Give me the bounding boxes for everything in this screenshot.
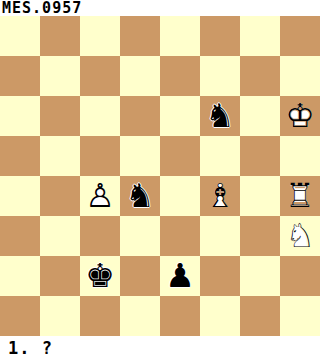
square-g7[interactable] [240,56,280,96]
square-a7[interactable] [0,56,40,96]
square-a4[interactable] [0,176,40,216]
diagram-title: MES.0957 [0,0,82,16]
square-f3[interactable] [200,216,240,256]
square-d8[interactable] [120,16,160,56]
square-g6[interactable] [240,96,280,136]
square-g3[interactable] [240,216,280,256]
white-knight-piece: ♞♘ [280,216,320,256]
square-g1[interactable] [240,296,280,336]
square-d6[interactable] [120,96,160,136]
square-h6[interactable]: ♚♔ [280,96,320,136]
square-d1[interactable] [120,296,160,336]
square-c6[interactable] [80,96,120,136]
square-e3[interactable] [160,216,200,256]
square-d3[interactable] [120,216,160,256]
square-e8[interactable] [160,16,200,56]
square-d2[interactable] [120,256,160,296]
black-knight-piece: ♞ [200,96,240,136]
square-e4[interactable] [160,176,200,216]
square-f7[interactable] [200,56,240,96]
square-a2[interactable] [0,256,40,296]
square-b2[interactable] [40,256,80,296]
white-king-piece: ♚♔ [280,96,320,136]
square-f1[interactable] [200,296,240,336]
move-prompt: 1. ? [0,338,53,358]
chess-board: ♞♚♔♟♙♞♝♗♜♖♞♘♚♟ [0,16,320,336]
square-a8[interactable] [0,16,40,56]
square-a3[interactable] [0,216,40,256]
square-h3[interactable]: ♞♘ [280,216,320,256]
square-h2[interactable] [280,256,320,296]
square-c4[interactable]: ♟♙ [80,176,120,216]
square-f6[interactable]: ♞ [200,96,240,136]
square-c5[interactable] [80,136,120,176]
square-h1[interactable] [280,296,320,336]
square-b7[interactable] [40,56,80,96]
square-c1[interactable] [80,296,120,336]
square-g2[interactable] [240,256,280,296]
square-b8[interactable] [40,16,80,56]
square-g4[interactable] [240,176,280,216]
square-f4[interactable]: ♝♗ [200,176,240,216]
square-f5[interactable] [200,136,240,176]
square-e6[interactable] [160,96,200,136]
footer: 1. ? [0,336,320,360]
square-h7[interactable] [280,56,320,96]
square-a1[interactable] [0,296,40,336]
square-e1[interactable] [160,296,200,336]
white-pawn-piece: ♟♙ [80,176,120,216]
square-d7[interactable] [120,56,160,96]
square-b4[interactable] [40,176,80,216]
square-f2[interactable] [200,256,240,296]
square-c8[interactable] [80,16,120,56]
white-rook-piece: ♜♖ [280,176,320,216]
chess-diagram-page: MES.0957 ♞♚♔♟♙♞♝♗♜♖♞♘♚♟ 1. ? [0,0,320,360]
square-c3[interactable] [80,216,120,256]
square-b1[interactable] [40,296,80,336]
square-g8[interactable] [240,16,280,56]
square-g5[interactable] [240,136,280,176]
square-b5[interactable] [40,136,80,176]
square-e5[interactable] [160,136,200,176]
square-a5[interactable] [0,136,40,176]
square-d4[interactable]: ♞ [120,176,160,216]
square-h8[interactable] [280,16,320,56]
square-h5[interactable] [280,136,320,176]
square-d5[interactable] [120,136,160,176]
square-c7[interactable] [80,56,120,96]
square-b6[interactable] [40,96,80,136]
white-bishop-piece: ♝♗ [200,176,240,216]
black-knight-piece: ♞ [120,176,160,216]
black-king-piece: ♚ [80,256,120,296]
square-a6[interactable] [0,96,40,136]
square-b3[interactable] [40,216,80,256]
square-e2[interactable]: ♟ [160,256,200,296]
square-h4[interactable]: ♜♖ [280,176,320,216]
header: MES.0957 [0,0,320,16]
black-pawn-piece: ♟ [160,256,200,296]
square-f8[interactable] [200,16,240,56]
square-e7[interactable] [160,56,200,96]
square-c2[interactable]: ♚ [80,256,120,296]
